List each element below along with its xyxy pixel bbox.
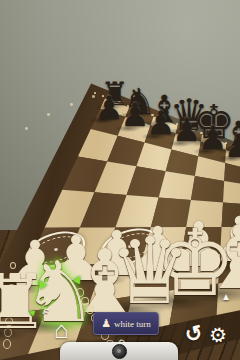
near-rail-bead xyxy=(86,305,94,314)
near-rail-bead xyxy=(76,288,84,297)
piece-black-pawn-e7[interactable]: ♟ xyxy=(198,122,227,154)
far-rail-mark xyxy=(47,113,50,116)
home-icon[interactable]: ⌂ xyxy=(54,316,69,344)
piece-black-pawn-d7[interactable]: ♟ xyxy=(172,115,201,147)
turn-label: white turn xyxy=(114,319,151,329)
white-pawn-icon: ♟ xyxy=(101,318,111,329)
piece-black-pawn-c7[interactable]: ♟ xyxy=(146,107,175,139)
far-rail-mark xyxy=(70,103,73,106)
chess-board[interactable]: ♜♞♝♛♚♝♞♜♟♟♟♟♟♟♟♟♟♟♟♟♟♟♟♟♜▲▲▲♞♝♛♚♝♞♜ xyxy=(0,0,240,360)
piece-black-pawn-b7[interactable]: ♟ xyxy=(120,99,149,131)
bottom-panel[interactable] xyxy=(60,342,178,360)
chess-app-screen: ♜♞♝♛♚♝♞♜♟♟♟♟♟♟♟♟♟♟♟♟♟♟♟♟♜▲▲▲♞♝♛♚♝♞♜ F G … xyxy=(0,0,240,360)
turn-indicator-badge: ♟ white turn xyxy=(93,312,159,335)
piece-black-pawn-a7[interactable]: ♟ xyxy=(95,92,124,124)
near-rail-bead xyxy=(81,297,89,306)
triangle-icon[interactable]: ▲ xyxy=(221,291,231,302)
piece-black-pawn-f7[interactable]: ♟ xyxy=(224,130,240,162)
far-rail-mark xyxy=(25,127,28,130)
panel-circle-button[interactable] xyxy=(112,344,127,359)
